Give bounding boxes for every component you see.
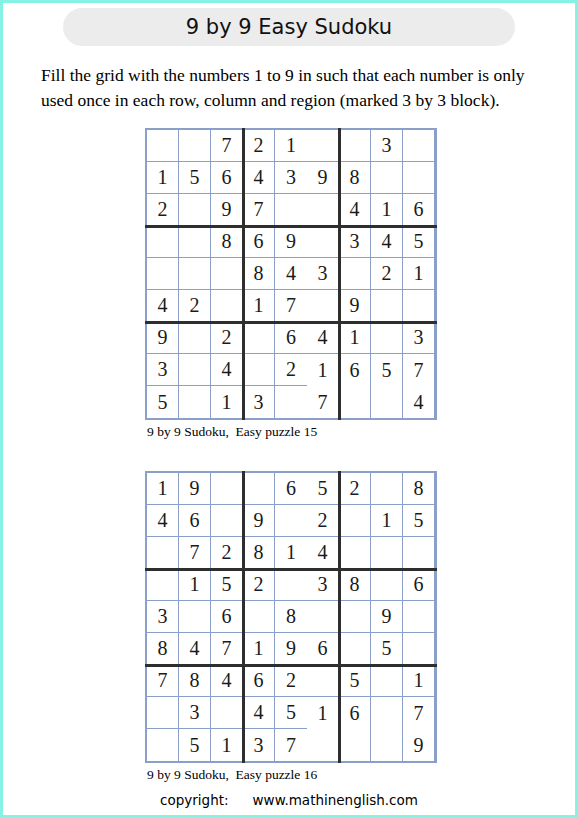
sudoku-cell-r8c2[interactable] [179,354,211,386]
sudoku-cell-r4c7: 3 [339,226,371,258]
sudoku-cell-r6c1: 4 [147,290,179,322]
sudoku-cell-r6c6: 6 [307,633,339,665]
sudoku-cell-r1c5: 6 [275,473,307,505]
sudoku-cell-r7c8[interactable] [371,665,403,697]
sudoku-cell-r8c3[interactable] [211,697,243,729]
sudoku-cell-r5c6: 3 [307,258,339,290]
sudoku-cell-r8c7: 6 [339,354,371,386]
region-divider-horizontal-2 [145,664,437,667]
sudoku-cell-r2c7: 8 [339,162,371,194]
page-title: 9 by 9 Easy Sudoku [186,15,392,39]
sudoku-cell-r5c8: 9 [371,601,403,633]
sudoku-cell-r9c6[interactable] [307,729,339,761]
sudoku-cell-r7c1: 7 [147,665,179,697]
sudoku-cell-r5c6[interactable] [307,601,339,633]
sudoku-cell-r3c1[interactable] [147,537,179,569]
page-title-pill: 9 by 9 Easy Sudoku [63,8,515,46]
sudoku-cell-r9c3: 1 [211,386,243,418]
sudoku-cell-r2c2: 6 [179,505,211,537]
sudoku-cell-r6c9[interactable] [403,290,435,322]
sudoku-cell-r2c4: 4 [243,162,275,194]
puzzle-16-caption: 9 by 9 Sudoku, Easy puzzle 16 [147,767,575,783]
sudoku-cell-r9c9: 9 [403,729,435,761]
sudoku-cell-r8c8: 5 [371,354,403,386]
sudoku-cell-r1c8: 3 [371,130,403,162]
sudoku-cell-r4c4: 2 [243,569,275,601]
sudoku-cell-r3c9: 6 [403,194,435,226]
sudoku-cell-r2c5[interactable] [275,505,307,537]
region-divider-vertical-1 [242,128,245,420]
sudoku-cell-r6c5: 9 [275,633,307,665]
region-divider-horizontal-1 [145,225,437,228]
sudoku-cell-r4c6: 3 [307,569,339,601]
sudoku-cell-r6c8: 5 [371,633,403,665]
sudoku-cell-r4c2: 1 [179,569,211,601]
sudoku-cell-r6c2: 4 [179,633,211,665]
sudoku-cell-r8c6: 1 [307,697,339,729]
sudoku-cell-r1c6[interactable] [307,130,339,162]
sudoku-cell-r7c9: 3 [403,322,435,354]
sudoku-cell-r6c2: 2 [179,290,211,322]
sudoku-cell-r2c5: 3 [275,162,307,194]
sudoku-cell-r3c4: 8 [243,537,275,569]
sudoku-cell-r9c8[interactable] [371,386,403,418]
sudoku-cell-r3c7[interactable] [339,537,371,569]
sudoku-cell-r5c7[interactable] [339,258,371,290]
sudoku-cell-r7c8[interactable] [371,322,403,354]
sudoku-cell-r9c8[interactable] [371,729,403,761]
copyright-label: copyright: [160,792,229,808]
sudoku-cell-r8c4: 4 [243,697,275,729]
sudoku-cell-r2c6: 9 [307,162,339,194]
sudoku-cell-r7c6: 4 [307,322,339,354]
sudoku-cell-r3c1: 2 [147,194,179,226]
sudoku-cell-r6c5: 7 [275,290,307,322]
sudoku-cell-r9c4: 3 [243,729,275,761]
instructions-text: Fill the grid with the numbers 1 to 9 in… [41,63,545,113]
sudoku-cell-r7c7: 5 [339,665,371,697]
sudoku-cell-r6c3: 7 [211,633,243,665]
sudoku-cell-r1c1[interactable] [147,130,179,162]
sudoku-cell-r9c5: 7 [275,729,307,761]
sudoku-cell-r2c3[interactable] [211,505,243,537]
sudoku-cell-r5c3: 6 [211,601,243,633]
sudoku-cell-r7c1: 9 [147,322,179,354]
sudoku-cell-r7c7: 1 [339,322,371,354]
sudoku-cell-r3c3: 2 [211,537,243,569]
sudoku-cell-r1c3: 7 [211,130,243,162]
sudoku-cell-r2c7[interactable] [339,505,371,537]
sudoku-cell-r2c1: 1 [147,162,179,194]
sudoku-cell-r2c4: 9 [243,505,275,537]
sudoku-cell-r5c1: 3 [147,601,179,633]
sudoku-cell-r7c2[interactable] [179,322,211,354]
sudoku-cell-r3c8[interactable] [371,537,403,569]
sudoku-cell-r2c2: 5 [179,162,211,194]
sudoku-cell-r4c9: 5 [403,226,435,258]
sudoku-cell-r3c5[interactable] [275,194,307,226]
sudoku-cell-r9c2[interactable] [179,386,211,418]
sudoku-cell-r4c4: 6 [243,226,275,258]
sudoku-cell-r8c5: 2 [275,354,307,386]
sudoku-cell-r1c4[interactable] [243,473,275,505]
sudoku-cell-r8c9: 7 [403,354,435,386]
sudoku-cell-r4c5: 9 [275,226,307,258]
sudoku-cell-r8c7: 6 [339,697,371,729]
sudoku-cell-r8c9: 7 [403,697,435,729]
sudoku-cell-r5c9[interactable] [403,601,435,633]
sudoku-cell-r5c5: 8 [275,601,307,633]
region-divider-vertical-1 [242,471,245,763]
copyright-site: www.mathinenglish.com [253,792,418,808]
sudoku-cell-r4c3: 5 [211,569,243,601]
sudoku-cell-r3c7: 4 [339,194,371,226]
sudoku-cell-r2c8: 1 [371,505,403,537]
sudoku-cell-r4c8: 4 [371,226,403,258]
sudoku-cell-r8c6: 1 [307,354,339,386]
sudoku-cell-r5c9: 1 [403,258,435,290]
sudoku-cell-r3c2[interactable] [179,194,211,226]
sudoku-cell-r4c8[interactable] [371,569,403,601]
sudoku-cell-r6c9[interactable] [403,633,435,665]
sudoku-cell-r6c4: 1 [243,290,275,322]
sudoku-cell-r6c3[interactable] [211,290,243,322]
sudoku-cell-r7c4: 6 [243,665,275,697]
sudoku-cell-r3c4: 7 [243,194,275,226]
sudoku-cell-r8c4[interactable] [243,354,275,386]
copyright-footer: copyright:www.mathinenglish.com [3,792,575,808]
sudoku-cell-r1c2[interactable] [179,130,211,162]
sudoku-cell-r3c6: 4 [307,537,339,569]
sudoku-cell-r5c1[interactable] [147,258,179,290]
region-divider-vertical-2 [338,471,341,763]
sudoku-cell-r1c8[interactable] [371,473,403,505]
sudoku-cell-r2c3: 6 [211,162,243,194]
region-divider-horizontal-1 [145,568,437,571]
sudoku-cell-r2c1: 4 [147,505,179,537]
sudoku-cell-r9c6: 7 [307,386,339,418]
sudoku-cell-r5c5: 4 [275,258,307,290]
sudoku-cell-r5c3[interactable] [211,258,243,290]
sudoku-cell-r9c7[interactable] [339,729,371,761]
sudoku-cell-r9c1[interactable] [147,729,179,761]
region-divider-vertical-2 [338,128,341,420]
sudoku-cell-r9c5[interactable] [275,386,307,418]
sudoku-cell-r5c7[interactable] [339,601,371,633]
sudoku-cell-r6c6[interactable] [307,290,339,322]
sudoku-cell-r4c7: 8 [339,569,371,601]
sudoku-cell-r3c9[interactable] [403,537,435,569]
sudoku-cell-r9c4: 3 [243,386,275,418]
sudoku-cell-r4c3: 8 [211,226,243,258]
puzzle-15-caption: 9 by 9 Sudoku, Easy puzzle 15 [147,424,575,440]
sudoku-cell-r4c5[interactable] [275,569,307,601]
sudoku-cell-r7c4[interactable] [243,322,275,354]
sudoku-cell-r6c7[interactable] [339,633,371,665]
sudoku-cell-r1c6: 5 [307,473,339,505]
sudoku-cell-r1c7: 2 [339,473,371,505]
sudoku-cell-r1c1: 1 [147,473,179,505]
sudoku-cell-r5c8: 2 [371,258,403,290]
sudoku-cell-r3c2: 7 [179,537,211,569]
sudoku-cell-r7c5: 6 [275,322,307,354]
sudoku-cell-r7c6[interactable] [307,665,339,697]
sudoku-cell-r4c9: 6 [403,569,435,601]
sudoku-grid-puzzle-15: 7213156439829741686934584321421799264133… [145,128,437,420]
sudoku-cell-r1c7[interactable] [339,130,371,162]
sudoku-cell-r6c8[interactable] [371,290,403,322]
sudoku-cell-r3c3: 9 [211,194,243,226]
sudoku-cell-r5c4: 8 [243,258,275,290]
sudoku-cell-r6c4: 1 [243,633,275,665]
sudoku-cell-r1c2: 9 [179,473,211,505]
sudoku-cell-r5c2[interactable] [179,258,211,290]
sudoku-cell-r5c4[interactable] [243,601,275,633]
sudoku-cell-r9c1: 5 [147,386,179,418]
sudoku-cell-r2c8[interactable] [371,162,403,194]
sudoku-cell-r7c3: 2 [211,322,243,354]
sudoku-cell-r5c2[interactable] [179,601,211,633]
region-divider-horizontal-2 [145,321,437,324]
sudoku-cell-r1c9[interactable] [403,130,435,162]
sudoku-cell-r7c2: 8 [179,665,211,697]
sudoku-cell-r8c3: 4 [211,354,243,386]
sudoku-cell-r9c7[interactable] [339,386,371,418]
sudoku-cell-r4c2[interactable] [179,226,211,258]
sudoku-cell-r8c1[interactable] [147,697,179,729]
sudoku-cell-r4c1[interactable] [147,226,179,258]
sudoku-cell-r9c3: 1 [211,729,243,761]
sudoku-cell-r7c3: 4 [211,665,243,697]
sudoku-cell-r1c9: 8 [403,473,435,505]
worksheet-page: 9 by 9 Easy Sudoku Fill the grid with th… [0,0,578,818]
sudoku-cell-r8c1: 3 [147,354,179,386]
sudoku-cell-r2c9[interactable] [403,162,435,194]
sudoku-cell-r1c3[interactable] [211,473,243,505]
sudoku-cell-r4c6[interactable] [307,226,339,258]
sudoku-grid-puzzle-16: 1965284692157281415238636898471965784625… [145,471,437,763]
sudoku-cell-r3c5: 1 [275,537,307,569]
sudoku-cell-r8c5: 5 [275,697,307,729]
sudoku-cell-r9c2: 5 [179,729,211,761]
sudoku-cell-r6c1: 8 [147,633,179,665]
sudoku-cell-r9c9: 4 [403,386,435,418]
sudoku-cell-r7c5: 2 [275,665,307,697]
sudoku-cell-r8c2: 3 [179,697,211,729]
sudoku-cell-r2c6: 2 [307,505,339,537]
sudoku-cell-r4c1[interactable] [147,569,179,601]
sudoku-cell-r3c6[interactable] [307,194,339,226]
sudoku-cell-r1c4: 2 [243,130,275,162]
sudoku-cell-r8c8[interactable] [371,697,403,729]
sudoku-cell-r6c7: 9 [339,290,371,322]
sudoku-cell-r7c9: 1 [403,665,435,697]
sudoku-cell-r3c8: 1 [371,194,403,226]
sudoku-cell-r1c5: 1 [275,130,307,162]
sudoku-cell-r2c9: 5 [403,505,435,537]
